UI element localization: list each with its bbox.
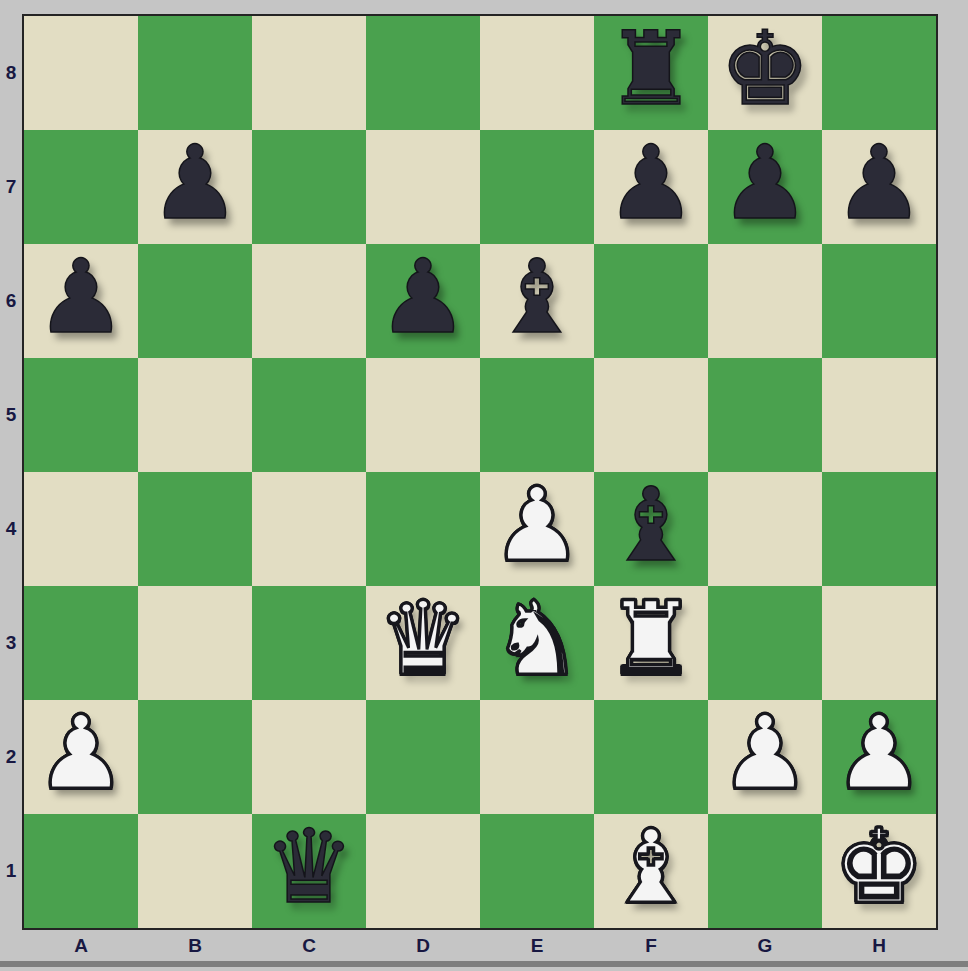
square-h7[interactable]: ♟ (822, 130, 936, 244)
white-knight[interactable]: ♞ (491, 588, 582, 690)
square-a1[interactable] (24, 814, 138, 928)
square-e1[interactable] (480, 814, 594, 928)
square-f3[interactable]: ♜ (594, 586, 708, 700)
chess-app: 87654321 ♜♚♟♟♟♟♟♟♝♟♝♛♞♜♟♟♟♛♝♚ ABCDEFGH (0, 0, 968, 971)
rank-label-1: 1 (0, 814, 22, 928)
rank-labels: 87654321 (0, 16, 22, 928)
square-h4[interactable] (822, 472, 936, 586)
rank-label-8: 8 (0, 16, 22, 130)
square-f2[interactable] (594, 700, 708, 814)
square-c4[interactable] (252, 472, 366, 586)
square-a2[interactable]: ♟ (24, 700, 138, 814)
file-label-b: B (138, 931, 252, 961)
black-pawn[interactable]: ♟ (377, 246, 468, 348)
square-h1[interactable]: ♚ (822, 814, 936, 928)
square-b4[interactable] (138, 472, 252, 586)
square-h5[interactable] (822, 358, 936, 472)
square-e2[interactable] (480, 700, 594, 814)
square-e5[interactable] (480, 358, 594, 472)
square-g1[interactable] (708, 814, 822, 928)
file-label-a: A (24, 931, 138, 961)
bottom-divider (0, 961, 968, 967)
rank-label-4: 4 (0, 472, 22, 586)
square-b5[interactable] (138, 358, 252, 472)
rank-label-7: 7 (0, 130, 22, 244)
file-label-f: F (594, 931, 708, 961)
white-pawn[interactable]: ♟ (491, 474, 582, 576)
white-queen[interactable]: ♛ (377, 588, 468, 690)
square-e3[interactable]: ♞ (480, 586, 594, 700)
square-b1[interactable] (138, 814, 252, 928)
square-g8[interactable]: ♚ (708, 16, 822, 130)
square-d1[interactable] (366, 814, 480, 928)
black-bishop[interactable]: ♝ (491, 246, 582, 348)
square-c5[interactable] (252, 358, 366, 472)
black-bishop[interactable]: ♝ (605, 474, 696, 576)
file-label-d: D (366, 931, 480, 961)
black-pawn[interactable]: ♟ (719, 132, 810, 234)
square-d7[interactable] (366, 130, 480, 244)
black-king[interactable]: ♚ (719, 18, 810, 120)
file-label-g: G (708, 931, 822, 961)
file-label-h: H (822, 931, 936, 961)
file-label-e: E (480, 931, 594, 961)
file-label-c: C (252, 931, 366, 961)
white-rook[interactable]: ♜ (605, 588, 696, 690)
white-pawn[interactable]: ♟ (35, 702, 126, 804)
white-king[interactable]: ♚ (833, 816, 924, 918)
square-h6[interactable] (822, 244, 936, 358)
black-pawn[interactable]: ♟ (149, 132, 240, 234)
square-f6[interactable] (594, 244, 708, 358)
white-bishop[interactable]: ♝ (605, 816, 696, 918)
rank-label-2: 2 (0, 700, 22, 814)
white-pawn[interactable]: ♟ (833, 702, 924, 804)
square-e7[interactable] (480, 130, 594, 244)
square-e6[interactable]: ♝ (480, 244, 594, 358)
chess-board: ♜♚♟♟♟♟♟♟♝♟♝♛♞♜♟♟♟♛♝♚ (22, 14, 938, 930)
square-a3[interactable] (24, 586, 138, 700)
rank-label-5: 5 (0, 358, 22, 472)
square-h8[interactable] (822, 16, 936, 130)
square-a7[interactable] (24, 130, 138, 244)
square-f4[interactable]: ♝ (594, 472, 708, 586)
black-pawn[interactable]: ♟ (605, 132, 696, 234)
rank-label-6: 6 (0, 244, 22, 358)
square-f7[interactable]: ♟ (594, 130, 708, 244)
rank-label-3: 3 (0, 586, 22, 700)
square-h2[interactable]: ♟ (822, 700, 936, 814)
square-c6[interactable] (252, 244, 366, 358)
white-pawn[interactable]: ♟ (719, 702, 810, 804)
square-d6[interactable]: ♟ (366, 244, 480, 358)
black-rook[interactable]: ♜ (605, 18, 696, 120)
square-d5[interactable] (366, 358, 480, 472)
square-g5[interactable] (708, 358, 822, 472)
square-a4[interactable] (24, 472, 138, 586)
square-e8[interactable] (480, 16, 594, 130)
square-b8[interactable] (138, 16, 252, 130)
square-c3[interactable] (252, 586, 366, 700)
square-e4[interactable]: ♟ (480, 472, 594, 586)
square-f5[interactable] (594, 358, 708, 472)
file-labels: ABCDEFGH (24, 931, 936, 961)
square-b6[interactable] (138, 244, 252, 358)
square-b7[interactable]: ♟ (138, 130, 252, 244)
square-d2[interactable] (366, 700, 480, 814)
square-g7[interactable]: ♟ (708, 130, 822, 244)
black-pawn[interactable]: ♟ (35, 246, 126, 348)
square-c1[interactable]: ♛ (252, 814, 366, 928)
square-g6[interactable] (708, 244, 822, 358)
square-f8[interactable]: ♜ (594, 16, 708, 130)
square-d3[interactable]: ♛ (366, 586, 480, 700)
square-a5[interactable] (24, 358, 138, 472)
square-b3[interactable] (138, 586, 252, 700)
square-d4[interactable] (366, 472, 480, 586)
square-c2[interactable] (252, 700, 366, 814)
black-pawn[interactable]: ♟ (833, 132, 924, 234)
square-d8[interactable] (366, 16, 480, 130)
square-c8[interactable] (252, 16, 366, 130)
square-g3[interactable] (708, 586, 822, 700)
square-a6[interactable]: ♟ (24, 244, 138, 358)
square-g2[interactable]: ♟ (708, 700, 822, 814)
square-h3[interactable] (822, 586, 936, 700)
square-f1[interactable]: ♝ (594, 814, 708, 928)
square-g4[interactable] (708, 472, 822, 586)
square-b2[interactable] (138, 700, 252, 814)
square-c7[interactable] (252, 130, 366, 244)
square-a8[interactable] (24, 16, 138, 130)
black-queen[interactable]: ♛ (263, 816, 354, 918)
